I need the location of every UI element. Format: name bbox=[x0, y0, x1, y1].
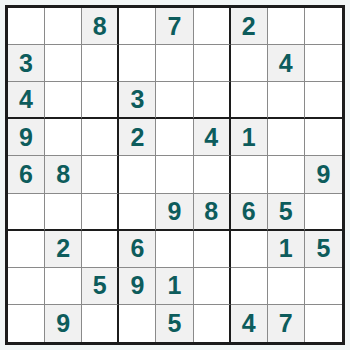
cell-r7c1[interactable] bbox=[8, 231, 45, 268]
cell-r9c9[interactable] bbox=[305, 305, 342, 342]
cell-r9c2[interactable]: 9 bbox=[45, 305, 82, 342]
cell-r2c1[interactable]: 3 bbox=[8, 45, 45, 82]
cell-r5c3[interactable] bbox=[82, 156, 119, 193]
cell-r5c9[interactable]: 9 bbox=[305, 156, 342, 193]
cell-r5c8[interactable] bbox=[268, 156, 305, 193]
cell-r1c5[interactable]: 7 bbox=[156, 8, 193, 45]
cell-r4c6[interactable]: 4 bbox=[194, 119, 231, 156]
cell-r4c2[interactable] bbox=[45, 119, 82, 156]
cell-r6c1[interactable] bbox=[8, 194, 45, 231]
cell-r2c3[interactable] bbox=[82, 45, 119, 82]
cell-r9c4[interactable] bbox=[119, 305, 156, 342]
cell-r1c2[interactable] bbox=[45, 8, 82, 45]
cell-r4c4[interactable]: 2 bbox=[119, 119, 156, 156]
cell-r7c4[interactable]: 6 bbox=[119, 231, 156, 268]
cell-r2c9[interactable] bbox=[305, 45, 342, 82]
cell-r7c3[interactable] bbox=[82, 231, 119, 268]
cell-r6c7[interactable]: 6 bbox=[231, 194, 268, 231]
cell-r3c4[interactable]: 3 bbox=[119, 82, 156, 119]
cell-r9c3[interactable] bbox=[82, 305, 119, 342]
cell-r7c6[interactable] bbox=[194, 231, 231, 268]
cell-r9c1[interactable] bbox=[8, 305, 45, 342]
cell-r2c5[interactable] bbox=[156, 45, 193, 82]
cell-r6c8[interactable]: 5 bbox=[268, 194, 305, 231]
cell-r8c5[interactable]: 1 bbox=[156, 268, 193, 305]
cell-r8c4[interactable]: 9 bbox=[119, 268, 156, 305]
cell-r5c7[interactable] bbox=[231, 156, 268, 193]
cell-r8c2[interactable] bbox=[45, 268, 82, 305]
cell-r6c3[interactable] bbox=[82, 194, 119, 231]
cell-r2c8[interactable]: 4 bbox=[268, 45, 305, 82]
cell-r6c5[interactable]: 9 bbox=[156, 194, 193, 231]
cell-r3c3[interactable] bbox=[82, 82, 119, 119]
cell-r5c6[interactable] bbox=[194, 156, 231, 193]
sudoku-page: 87234439241689986526155919547 bbox=[0, 0, 350, 350]
cell-r9c8[interactable]: 7 bbox=[268, 305, 305, 342]
cell-r2c2[interactable] bbox=[45, 45, 82, 82]
cell-r6c4[interactable] bbox=[119, 194, 156, 231]
cell-r3c5[interactable] bbox=[156, 82, 193, 119]
cell-r2c4[interactable] bbox=[119, 45, 156, 82]
cell-r5c5[interactable] bbox=[156, 156, 193, 193]
cell-r8c9[interactable] bbox=[305, 268, 342, 305]
cell-r4c1[interactable]: 9 bbox=[8, 119, 45, 156]
cell-r3c9[interactable] bbox=[305, 82, 342, 119]
cell-r5c2[interactable]: 8 bbox=[45, 156, 82, 193]
cell-r3c2[interactable] bbox=[45, 82, 82, 119]
cell-r4c7[interactable]: 1 bbox=[231, 119, 268, 156]
cell-r6c2[interactable] bbox=[45, 194, 82, 231]
cell-r2c6[interactable] bbox=[194, 45, 231, 82]
sudoku-board: 87234439241689986526155919547 bbox=[5, 5, 345, 345]
cell-r3c7[interactable] bbox=[231, 82, 268, 119]
cell-r1c8[interactable] bbox=[268, 8, 305, 45]
cell-r5c4[interactable] bbox=[119, 156, 156, 193]
cell-r8c8[interactable] bbox=[268, 268, 305, 305]
cell-r1c1[interactable] bbox=[8, 8, 45, 45]
cell-r1c6[interactable] bbox=[194, 8, 231, 45]
cell-r3c1[interactable]: 4 bbox=[8, 82, 45, 119]
cell-r3c6[interactable] bbox=[194, 82, 231, 119]
cell-r4c3[interactable] bbox=[82, 119, 119, 156]
cell-r9c5[interactable]: 5 bbox=[156, 305, 193, 342]
cell-r7c9[interactable]: 5 bbox=[305, 231, 342, 268]
cell-r7c8[interactable]: 1 bbox=[268, 231, 305, 268]
cell-r4c8[interactable] bbox=[268, 119, 305, 156]
cell-r4c5[interactable] bbox=[156, 119, 193, 156]
cell-r8c7[interactable] bbox=[231, 268, 268, 305]
cell-r8c6[interactable] bbox=[194, 268, 231, 305]
cell-r7c7[interactable] bbox=[231, 231, 268, 268]
cell-r8c3[interactable]: 5 bbox=[82, 268, 119, 305]
cell-r2c7[interactable] bbox=[231, 45, 268, 82]
cell-r7c2[interactable]: 2 bbox=[45, 231, 82, 268]
cell-r8c1[interactable] bbox=[8, 268, 45, 305]
cell-r3c8[interactable] bbox=[268, 82, 305, 119]
cell-r1c7[interactable]: 2 bbox=[231, 8, 268, 45]
cell-r9c6[interactable] bbox=[194, 305, 231, 342]
cell-r9c7[interactable]: 4 bbox=[231, 305, 268, 342]
cell-r4c9[interactable] bbox=[305, 119, 342, 156]
cell-r1c9[interactable] bbox=[305, 8, 342, 45]
cell-r6c6[interactable]: 8 bbox=[194, 194, 231, 231]
cell-r7c5[interactable] bbox=[156, 231, 193, 268]
cell-r5c1[interactable]: 6 bbox=[8, 156, 45, 193]
cell-r1c4[interactable] bbox=[119, 8, 156, 45]
cell-r6c9[interactable] bbox=[305, 194, 342, 231]
cell-r1c3[interactable]: 8 bbox=[82, 8, 119, 45]
